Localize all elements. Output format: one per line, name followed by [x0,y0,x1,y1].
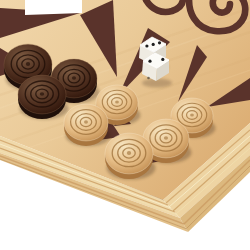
die-pip [145,44,148,47]
die-pip [158,41,161,44]
die-pip [161,58,164,61]
white-background-patch [25,0,82,15]
die-pip [148,60,151,63]
die-pip [147,77,150,80]
die-pip [152,43,155,46]
backgammon-photo-scene [0,0,250,250]
backgammon-board [0,0,250,250]
